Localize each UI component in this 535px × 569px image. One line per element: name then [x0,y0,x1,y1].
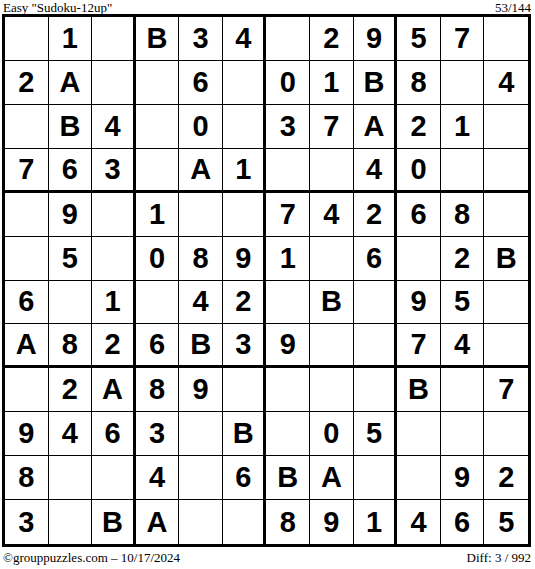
cell-r4c1[interactable]: 7 [5,149,49,193]
cell-r2c8[interactable]: 1 [310,61,354,105]
cell-r1c3[interactable] [92,17,136,61]
cell-r8c3[interactable]: 2 [92,324,136,368]
cell-r7c9[interactable] [354,281,398,325]
cell-r7c2[interactable] [49,281,93,325]
cell-r12c3[interactable]: B [92,500,136,544]
cell-r5c2[interactable]: 9 [49,193,93,237]
cell-r4c2[interactable]: 6 [49,149,93,193]
cell-r12c10[interactable]: 4 [397,500,441,544]
cell-r5c1[interactable] [5,193,49,237]
cell-r2c12[interactable]: 4 [484,61,528,105]
cell-r9c7[interactable] [266,368,310,412]
cell-r5c8[interactable]: 4 [310,193,354,237]
cell-r1c10[interactable]: 5 [397,17,441,61]
cell-r8c6[interactable]: 3 [223,324,267,368]
cell-r5c3[interactable] [92,193,136,237]
cell-r1c4[interactable]: B [136,17,180,61]
cell-r4c6[interactable]: 1 [223,149,267,193]
cell-r10c10[interactable] [397,412,441,456]
cell-r2c11[interactable] [441,61,485,105]
puzzle-page: Easy "Sudoku-12up" 53/144 1B3429572A601B… [0,0,535,569]
cell-r7c7[interactable] [266,281,310,325]
cell-r3c4[interactable] [136,105,180,149]
cell-r12c12[interactable]: 5 [484,500,528,544]
cell-r8c2[interactable]: 8 [49,324,93,368]
cell-r2c2[interactable]: A [49,61,93,105]
cell-r1c2[interactable]: 1 [49,17,93,61]
cell-r10c7[interactable] [266,412,310,456]
cell-r5c4[interactable]: 1 [136,193,180,237]
cell-r4c8[interactable] [310,149,354,193]
cell-r8c1[interactable]: A [5,324,49,368]
cell-r12c5[interactable] [179,500,223,544]
cell-r4c4[interactable] [136,149,180,193]
cell-r3c11[interactable]: 1 [441,105,485,149]
cell-r4c11[interactable] [441,149,485,193]
cell-r2c1[interactable]: 2 [5,61,49,105]
cell-r10c6[interactable]: B [223,412,267,456]
cell-r6c9[interactable]: 6 [354,237,398,281]
cell-r7c11[interactable]: 5 [441,281,485,325]
cell-r8c9[interactable] [354,324,398,368]
cell-r12c9[interactable]: 1 [354,500,398,544]
cell-r7c8[interactable]: B [310,281,354,325]
cell-r6c3[interactable] [92,237,136,281]
cell-r5c7[interactable]: 7 [266,193,310,237]
cell-r2c3[interactable] [92,61,136,105]
cell-r7c12[interactable] [484,281,528,325]
cell-r11c5[interactable] [179,456,223,500]
cell-r2c7[interactable]: 0 [266,61,310,105]
cell-r10c9[interactable]: 5 [354,412,398,456]
cell-r5c10[interactable]: 6 [397,193,441,237]
cell-r6c2[interactable]: 5 [49,237,93,281]
cell-r11c9[interactable] [354,456,398,500]
cell-r10c11[interactable] [441,412,485,456]
cell-r9c6[interactable] [223,368,267,412]
cell-r12c8[interactable]: 9 [310,500,354,544]
cell-r5c9[interactable]: 2 [354,193,398,237]
cell-r10c12[interactable] [484,412,528,456]
cell-r6c10[interactable] [397,237,441,281]
cell-r12c2[interactable] [49,500,93,544]
difficulty: Diff: 3 / 992 [467,550,531,566]
cell-r9c2[interactable]: 2 [49,368,93,412]
cell-r6c4[interactable]: 0 [136,237,180,281]
cell-r3c2[interactable]: B [49,105,93,149]
cell-r6c6[interactable]: 9 [223,237,267,281]
cell-r9c11[interactable] [441,368,485,412]
cell-r6c8[interactable] [310,237,354,281]
cell-r2c9[interactable]: B [354,61,398,105]
cell-r10c4[interactable]: 3 [136,412,180,456]
cell-r4c12[interactable] [484,149,528,193]
cell-r8c10[interactable]: 7 [397,324,441,368]
cell-r8c12[interactable] [484,324,528,368]
cell-r9c10[interactable]: B [397,368,441,412]
cell-r5c12[interactable] [484,193,528,237]
cell-r4c3[interactable]: 3 [92,149,136,193]
cell-r7c3[interactable]: 1 [92,281,136,325]
cell-r2c4[interactable] [136,61,180,105]
cell-r6c12[interactable]: B [484,237,528,281]
cell-r6c7[interactable]: 1 [266,237,310,281]
cell-r5c11[interactable]: 8 [441,193,485,237]
cell-r2c5[interactable]: 6 [179,61,223,105]
cell-r4c10[interactable]: 0 [397,149,441,193]
cell-r6c5[interactable]: 8 [179,237,223,281]
cell-r10c8[interactable]: 0 [310,412,354,456]
copyright: ©grouppuzzles.com – 10/17/2024 [3,550,180,566]
cell-r11c8[interactable]: A [310,456,354,500]
cell-r9c3[interactable]: A [92,368,136,412]
cell-r7c1[interactable]: 6 [5,281,49,325]
cell-r11c11[interactable]: 9 [441,456,485,500]
cell-r11c7[interactable]: B [266,456,310,500]
cell-r11c2[interactable] [49,456,93,500]
cell-r12c1[interactable]: 3 [5,500,49,544]
cell-r10c5[interactable] [179,412,223,456]
cell-r8c5[interactable]: B [179,324,223,368]
cell-r11c1[interactable]: 8 [5,456,49,500]
cell-r7c5[interactable]: 4 [179,281,223,325]
cell-r9c8[interactable] [310,368,354,412]
cell-r3c7[interactable]: 3 [266,105,310,149]
cell-r7c6[interactable]: 2 [223,281,267,325]
cell-r2c6[interactable] [223,61,267,105]
cell-r3c12[interactable] [484,105,528,149]
cell-r3c8[interactable]: 7 [310,105,354,149]
cell-r10c3[interactable]: 6 [92,412,136,456]
cell-r1c9[interactable]: 9 [354,17,398,61]
cell-r6c11[interactable]: 2 [441,237,485,281]
cell-r11c12[interactable]: 2 [484,456,528,500]
cell-r4c7[interactable] [266,149,310,193]
cell-r11c4[interactable]: 4 [136,456,180,500]
cell-r3c3[interactable]: 4 [92,105,136,149]
cell-r7c4[interactable] [136,281,180,325]
cell-r12c6[interactable] [223,500,267,544]
cell-r11c3[interactable] [92,456,136,500]
cell-r9c5[interactable]: 9 [179,368,223,412]
cell-r9c12[interactable]: 7 [484,368,528,412]
cell-r10c2[interactable]: 4 [49,412,93,456]
cell-r8c11[interactable]: 4 [441,324,485,368]
cell-r1c7[interactable] [266,17,310,61]
cell-r10c1[interactable]: 9 [5,412,49,456]
cell-r9c9[interactable] [354,368,398,412]
cell-r7c10[interactable]: 9 [397,281,441,325]
cell-r8c4[interactable]: 6 [136,324,180,368]
cell-r12c7[interactable]: 8 [266,500,310,544]
cell-r9c4[interactable]: 8 [136,368,180,412]
cell-r12c4[interactable]: A [136,500,180,544]
cell-r3c1[interactable] [5,105,49,149]
cell-r3c10[interactable]: 2 [397,105,441,149]
cell-r1c8[interactable]: 2 [310,17,354,61]
cell-r3c5[interactable]: 0 [179,105,223,149]
cell-r4c5[interactable]: A [179,149,223,193]
cell-r5c6[interactable] [223,193,267,237]
cell-r8c7[interactable]: 9 [266,324,310,368]
cell-r9c1[interactable] [5,368,49,412]
cell-r5c5[interactable] [179,193,223,237]
cell-r3c9[interactable]: A [354,105,398,149]
cell-r2c10[interactable]: 8 [397,61,441,105]
cell-r1c6[interactable]: 4 [223,17,267,61]
cell-r3c6[interactable] [223,105,267,149]
cell-r11c6[interactable]: 6 [223,456,267,500]
cell-r6c1[interactable] [5,237,49,281]
cell-r1c5[interactable]: 3 [179,17,223,61]
cell-r11c10[interactable] [397,456,441,500]
sudoku-board: 1B3429572A601B84B4037A21763A140917426850… [2,14,531,547]
cell-r1c1[interactable] [5,17,49,61]
cell-r4c9[interactable]: 4 [354,149,398,193]
cell-r1c12[interactable] [484,17,528,61]
cell-r8c8[interactable] [310,324,354,368]
cell-r1c11[interactable]: 7 [441,17,485,61]
cell-r12c11[interactable]: 6 [441,500,485,544]
